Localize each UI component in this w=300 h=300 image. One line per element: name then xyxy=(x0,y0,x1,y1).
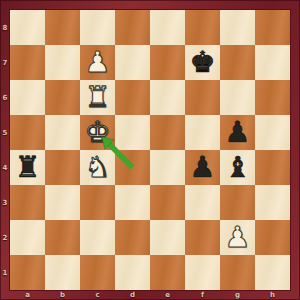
square-c7[interactable]: ♟ xyxy=(80,45,115,80)
file-label-f: f xyxy=(185,290,220,300)
square-a8[interactable] xyxy=(10,10,45,45)
square-d4[interactable] xyxy=(115,150,150,185)
square-d6[interactable] xyxy=(115,80,150,115)
rank-label-2: 2 xyxy=(0,220,10,255)
piece-wR-c6[interactable]: ♜ xyxy=(85,80,111,115)
square-g8[interactable] xyxy=(220,10,255,45)
square-g1[interactable] xyxy=(220,255,255,290)
rank-label-4: 4 xyxy=(0,150,10,185)
square-g7[interactable] xyxy=(220,45,255,80)
square-c6[interactable]: ♜ xyxy=(80,80,115,115)
square-a3[interactable] xyxy=(10,185,45,220)
square-b8[interactable] xyxy=(45,10,80,45)
square-f8[interactable] xyxy=(185,10,220,45)
square-f7[interactable]: ♚ xyxy=(185,45,220,80)
piece-bK-f7[interactable]: ♚ xyxy=(190,45,216,80)
file-label-h: h xyxy=(255,290,290,300)
square-d8[interactable] xyxy=(115,10,150,45)
rank-label-7: 7 xyxy=(0,45,10,80)
square-e1[interactable] xyxy=(150,255,185,290)
piece-bP-g5[interactable]: ♟ xyxy=(225,115,251,150)
piece-bP-f4[interactable]: ♟ xyxy=(190,150,216,185)
square-h5[interactable] xyxy=(255,115,290,150)
square-f3[interactable] xyxy=(185,185,220,220)
square-e6[interactable] xyxy=(150,80,185,115)
chess-board: ♟♚♜♚♟♜♞♟♝♟ xyxy=(10,10,290,290)
square-c8[interactable] xyxy=(80,10,115,45)
square-h1[interactable] xyxy=(255,255,290,290)
piece-wP-g2[interactable]: ♟ xyxy=(225,220,251,255)
file-label-d: d xyxy=(115,290,150,300)
square-e7[interactable] xyxy=(150,45,185,80)
square-g6[interactable] xyxy=(220,80,255,115)
square-h2[interactable] xyxy=(255,220,290,255)
square-b5[interactable] xyxy=(45,115,80,150)
file-label-g: g xyxy=(220,290,255,300)
file-label-e: e xyxy=(150,290,185,300)
square-d5[interactable] xyxy=(115,115,150,150)
square-c4[interactable]: ♞ xyxy=(80,150,115,185)
square-g2[interactable]: ♟ xyxy=(220,220,255,255)
square-f2[interactable] xyxy=(185,220,220,255)
square-f5[interactable] xyxy=(185,115,220,150)
square-c5[interactable]: ♚ xyxy=(80,115,115,150)
piece-wN-c4[interactable]: ♞ xyxy=(85,150,111,185)
file-label-c: c xyxy=(80,290,115,300)
square-b6[interactable] xyxy=(45,80,80,115)
square-b7[interactable] xyxy=(45,45,80,80)
square-a7[interactable] xyxy=(10,45,45,80)
square-a5[interactable] xyxy=(10,115,45,150)
rank-label-5: 5 xyxy=(0,115,10,150)
square-b2[interactable] xyxy=(45,220,80,255)
square-e3[interactable] xyxy=(150,185,185,220)
chess-board-frame: ♟♚♜♚♟♜♞♟♝♟ 87654321 abcdefgh xyxy=(0,0,300,300)
square-d1[interactable] xyxy=(115,255,150,290)
square-a2[interactable] xyxy=(10,220,45,255)
square-g5[interactable]: ♟ xyxy=(220,115,255,150)
square-f1[interactable] xyxy=(185,255,220,290)
square-b4[interactable] xyxy=(45,150,80,185)
file-label-a: a xyxy=(10,290,45,300)
piece-bR-a4[interactable]: ♜ xyxy=(15,150,41,185)
piece-wK-c5[interactable]: ♚ xyxy=(85,115,111,150)
square-c2[interactable] xyxy=(80,220,115,255)
square-f6[interactable] xyxy=(185,80,220,115)
piece-wP-c7[interactable]: ♟ xyxy=(85,45,111,80)
square-a6[interactable] xyxy=(10,80,45,115)
square-a4[interactable]: ♜ xyxy=(10,150,45,185)
square-c1[interactable] xyxy=(80,255,115,290)
square-d7[interactable] xyxy=(115,45,150,80)
square-g3[interactable] xyxy=(220,185,255,220)
square-h8[interactable] xyxy=(255,10,290,45)
file-label-b: b xyxy=(45,290,80,300)
square-h7[interactable] xyxy=(255,45,290,80)
square-f4[interactable]: ♟ xyxy=(185,150,220,185)
square-d2[interactable] xyxy=(115,220,150,255)
square-c3[interactable] xyxy=(80,185,115,220)
piece-bB-g4[interactable]: ♝ xyxy=(225,150,251,185)
square-e8[interactable] xyxy=(150,10,185,45)
square-e2[interactable] xyxy=(150,220,185,255)
square-b3[interactable] xyxy=(45,185,80,220)
square-h4[interactable] xyxy=(255,150,290,185)
square-a1[interactable] xyxy=(10,255,45,290)
square-h3[interactable] xyxy=(255,185,290,220)
square-g4[interactable]: ♝ xyxy=(220,150,255,185)
rank-label-8: 8 xyxy=(0,10,10,45)
square-h6[interactable] xyxy=(255,80,290,115)
square-e4[interactable] xyxy=(150,150,185,185)
rank-label-3: 3 xyxy=(0,185,10,220)
square-e5[interactable] xyxy=(150,115,185,150)
rank-label-6: 6 xyxy=(0,80,10,115)
square-d3[interactable] xyxy=(115,185,150,220)
rank-label-1: 1 xyxy=(0,255,10,290)
square-b1[interactable] xyxy=(45,255,80,290)
